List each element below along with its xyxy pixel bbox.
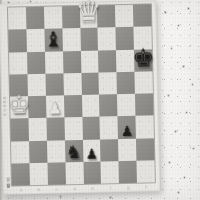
square-h2[interactable] xyxy=(136,138,154,161)
file-label-a: a xyxy=(12,187,30,193)
square-a1[interactable] xyxy=(11,163,29,186)
black-king: ♚ xyxy=(132,45,155,71)
square-f4[interactable] xyxy=(99,94,117,117)
square-b8[interactable] xyxy=(26,7,44,30)
square-a2[interactable] xyxy=(11,141,29,164)
square-g5[interactable] xyxy=(117,72,135,95)
square-a3[interactable] xyxy=(10,119,28,142)
square-f7[interactable] xyxy=(98,27,116,50)
file-label-h: h xyxy=(137,184,155,190)
square-e2[interactable]: ♟ xyxy=(83,139,101,162)
square-g8[interactable] xyxy=(115,5,133,28)
square-h3[interactable] xyxy=(136,116,154,139)
square-b4[interactable] xyxy=(28,96,46,119)
square-e1[interactable] xyxy=(83,162,101,185)
square-g3[interactable]: ♟ xyxy=(118,116,136,139)
square-b7[interactable] xyxy=(26,29,44,52)
square-b3[interactable] xyxy=(28,118,46,141)
square-c1[interactable] xyxy=(47,162,65,185)
square-b5[interactable] xyxy=(27,74,45,97)
chess-board-grid: ♛♝♚♚♟♟♞♟ xyxy=(8,4,155,186)
square-d4[interactable] xyxy=(64,95,82,118)
file-label-f: f xyxy=(101,185,119,191)
square-d8[interactable] xyxy=(62,6,80,29)
square-a8[interactable] xyxy=(8,7,26,30)
square-c3[interactable] xyxy=(46,118,64,141)
square-e6[interactable] xyxy=(80,50,98,73)
square-e7[interactable] xyxy=(80,28,98,51)
square-g4[interactable] xyxy=(117,94,135,117)
square-e4[interactable] xyxy=(82,95,100,118)
square-f1[interactable] xyxy=(101,161,119,184)
square-d5[interactable] xyxy=(63,73,81,96)
square-d7[interactable] xyxy=(62,28,80,51)
black-knight: ♞ xyxy=(66,143,83,161)
square-c5[interactable] xyxy=(45,73,63,96)
square-a7[interactable] xyxy=(8,29,26,52)
square-g7[interactable] xyxy=(116,27,134,50)
square-e8[interactable]: ♛ xyxy=(79,6,97,29)
square-a5[interactable] xyxy=(9,74,27,97)
square-b2[interactable] xyxy=(29,141,47,164)
square-c7[interactable]: ♝ xyxy=(44,29,62,52)
square-h7[interactable] xyxy=(134,27,152,50)
black-pawn: ♟ xyxy=(121,124,134,138)
square-h4[interactable] xyxy=(135,94,153,117)
square-b1[interactable] xyxy=(29,163,47,186)
square-d1[interactable] xyxy=(65,162,83,185)
square-c6[interactable] xyxy=(45,51,63,74)
file-label-c: c xyxy=(48,186,66,192)
tabletop-speckles xyxy=(0,0,1,1)
square-h1[interactable] xyxy=(137,160,155,183)
square-f6[interactable] xyxy=(98,50,116,73)
black-pawn: ♟ xyxy=(85,147,98,161)
square-g2[interactable] xyxy=(118,139,136,162)
square-h8[interactable] xyxy=(133,4,151,27)
black-bishop: ♝ xyxy=(44,29,63,50)
square-c8[interactable] xyxy=(44,6,62,29)
square-f5[interactable] xyxy=(99,72,117,95)
square-g1[interactable] xyxy=(119,161,137,184)
square-d3[interactable] xyxy=(64,117,82,140)
square-h6[interactable]: ♚ xyxy=(134,49,152,72)
square-e3[interactable] xyxy=(82,117,100,140)
square-a6[interactable] xyxy=(9,52,27,75)
file-label-d: d xyxy=(66,185,84,191)
white-pawn: ♟ xyxy=(48,101,63,117)
file-label-b: b xyxy=(30,186,48,192)
square-d6[interactable] xyxy=(63,51,81,74)
square-f2[interactable] xyxy=(100,139,118,162)
square-f3[interactable] xyxy=(100,117,118,140)
file-label-g: g xyxy=(119,184,137,190)
file-label-e: e xyxy=(84,185,102,191)
square-e5[interactable] xyxy=(81,72,99,95)
square-g6[interactable] xyxy=(116,49,134,72)
square-h5[interactable] xyxy=(135,71,153,94)
square-f8[interactable] xyxy=(97,5,115,28)
square-a4[interactable]: ♚ xyxy=(10,96,28,119)
square-c2[interactable] xyxy=(47,140,65,163)
chess-board: CHESS ♕♛ ♛♝♚♚♟♟♞♟ abcdefgh xyxy=(0,0,160,195)
photo-stage: CHESS ♕♛ ♛♝♚♚♟♟♞♟ abcdefgh xyxy=(0,0,200,200)
square-c4[interactable]: ♟ xyxy=(46,96,64,119)
square-d2[interactable]: ♞ xyxy=(65,140,83,163)
square-b6[interactable] xyxy=(27,51,45,74)
